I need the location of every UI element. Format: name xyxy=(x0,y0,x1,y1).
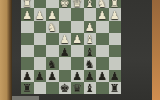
wood-frame-left xyxy=(0,0,12,100)
monitor-photo: ♜♚♛♝♞♜♟♟♟♟♟♞♟♟♟♝♟♝♞♞♟♟♟♟♟♟♟♜♚♛♝♜ xyxy=(0,0,160,100)
square-f5[interactable] xyxy=(46,45,59,57)
white-pawn-icon: ♟ xyxy=(47,9,57,20)
square-e5[interactable]: ♟ xyxy=(59,45,72,57)
white-pawn-icon: ♟ xyxy=(35,9,45,20)
black-bishop-icon: ♝ xyxy=(85,46,95,57)
white-knight-icon: ♞ xyxy=(47,22,57,33)
square-g2[interactable]: ♟ xyxy=(34,8,47,20)
wood-frame-right xyxy=(152,0,160,100)
square-b4[interactable] xyxy=(96,33,109,45)
square-h7[interactable]: ♟ xyxy=(21,70,34,82)
square-a3[interactable] xyxy=(109,21,122,33)
square-b3[interactable] xyxy=(96,21,109,33)
square-h1[interactable]: ♜ xyxy=(21,0,34,8)
white-pawn-icon: ♟ xyxy=(22,9,32,20)
square-c5[interactable]: ♝ xyxy=(84,45,97,57)
white-bishop-icon: ♝ xyxy=(85,0,95,8)
square-b2[interactable]: ♟ xyxy=(96,8,109,20)
square-a2[interactable]: ♟ xyxy=(109,8,122,20)
black-pawn-icon: ♟ xyxy=(97,71,107,82)
square-d6[interactable] xyxy=(71,57,84,69)
square-e1[interactable]: ♚ xyxy=(59,0,72,8)
square-h5[interactable] xyxy=(21,45,34,57)
square-h4[interactable] xyxy=(21,33,34,45)
square-e7[interactable] xyxy=(59,70,72,82)
square-b6[interactable] xyxy=(96,57,109,69)
square-e4[interactable]: ♟ xyxy=(59,33,72,45)
white-rook-icon: ♜ xyxy=(22,0,32,8)
square-a5[interactable] xyxy=(109,45,122,57)
black-knight-icon: ♞ xyxy=(85,58,95,69)
square-f3[interactable]: ♞ xyxy=(46,21,59,33)
black-king-icon: ♚ xyxy=(60,83,70,94)
bezel-highlight xyxy=(12,96,39,100)
square-f7[interactable]: ♟ xyxy=(46,70,59,82)
square-g5[interactable] xyxy=(34,45,47,57)
black-knight-icon: ♞ xyxy=(47,58,57,69)
square-d3[interactable] xyxy=(71,21,84,33)
square-a4[interactable] xyxy=(109,33,122,45)
square-a1[interactable]: ♜ xyxy=(109,0,122,8)
black-rook-icon: ♜ xyxy=(22,83,32,94)
black-pawn-icon: ♟ xyxy=(72,71,82,82)
square-h8[interactable]: ♜ xyxy=(21,82,34,94)
square-g8[interactable] xyxy=(34,82,47,94)
square-g3[interactable] xyxy=(34,21,47,33)
square-h2[interactable]: ♟ xyxy=(21,8,34,20)
square-c2[interactable] xyxy=(84,8,97,20)
square-e2[interactable] xyxy=(59,8,72,20)
black-rook-icon: ♜ xyxy=(110,83,120,94)
black-pawn-icon: ♟ xyxy=(110,71,120,82)
white-pawn-icon: ♟ xyxy=(110,9,120,20)
square-g7[interactable]: ♟ xyxy=(34,70,47,82)
square-h3[interactable] xyxy=(21,21,34,33)
square-c7[interactable]: ♟ xyxy=(84,70,97,82)
square-f8[interactable] xyxy=(46,82,59,94)
square-d8[interactable]: ♛ xyxy=(71,82,84,94)
white-knight-icon: ♞ xyxy=(97,0,107,8)
white-pawn-icon: ♟ xyxy=(97,9,107,20)
square-d1[interactable]: ♛ xyxy=(71,0,84,8)
black-pawn-icon: ♟ xyxy=(35,71,45,82)
square-a6[interactable] xyxy=(109,57,122,69)
square-b8[interactable] xyxy=(96,82,109,94)
white-pawn-icon: ♟ xyxy=(60,34,70,45)
square-c8[interactable]: ♝ xyxy=(84,82,97,94)
square-h6[interactable] xyxy=(21,57,34,69)
square-b5[interactable] xyxy=(96,45,109,57)
square-g4[interactable] xyxy=(34,33,47,45)
square-b7[interactable]: ♟ xyxy=(96,70,109,82)
white-rook-icon: ♜ xyxy=(110,0,120,8)
black-queen-icon: ♛ xyxy=(72,83,82,94)
square-e8[interactable]: ♚ xyxy=(59,82,72,94)
black-bishop-icon: ♝ xyxy=(85,83,95,94)
square-f2[interactable]: ♟ xyxy=(46,8,59,20)
square-d5[interactable] xyxy=(71,45,84,57)
square-c6[interactable]: ♞ xyxy=(84,57,97,69)
chess-board: ♜♚♛♝♞♜♟♟♟♟♟♞♟♟♟♝♟♝♞♞♟♟♟♟♟♟♟♜♚♛♝♜ xyxy=(21,0,121,94)
square-a7[interactable]: ♟ xyxy=(109,70,122,82)
square-g6[interactable] xyxy=(34,57,47,69)
black-pawn-icon: ♟ xyxy=(85,71,95,82)
square-f6[interactable]: ♞ xyxy=(46,57,59,69)
white-pawn-icon: ♟ xyxy=(85,22,95,33)
square-b1[interactable]: ♞ xyxy=(96,0,109,8)
square-c4[interactable]: ♝ xyxy=(84,33,97,45)
white-queen-icon: ♛ xyxy=(72,0,82,8)
square-f1[interactable] xyxy=(46,0,59,8)
square-c1[interactable]: ♝ xyxy=(84,0,97,8)
white-king-icon: ♚ xyxy=(60,0,70,8)
square-e3[interactable] xyxy=(59,21,72,33)
square-f4[interactable] xyxy=(46,33,59,45)
square-d2[interactable] xyxy=(71,8,84,20)
square-e6[interactable] xyxy=(59,57,72,69)
square-a8[interactable]: ♜ xyxy=(109,82,122,94)
square-d7[interactable]: ♟ xyxy=(71,70,84,82)
square-d4[interactable]: ♟ xyxy=(71,33,84,45)
white-pawn-icon: ♟ xyxy=(72,34,82,45)
black-pawn-icon: ♟ xyxy=(22,71,32,82)
black-pawn-icon: ♟ xyxy=(47,71,57,82)
square-c3[interactable]: ♟ xyxy=(84,21,97,33)
white-bishop-icon: ♝ xyxy=(85,34,95,45)
black-pawn-icon: ♟ xyxy=(60,46,70,57)
square-g1[interactable] xyxy=(34,0,47,8)
